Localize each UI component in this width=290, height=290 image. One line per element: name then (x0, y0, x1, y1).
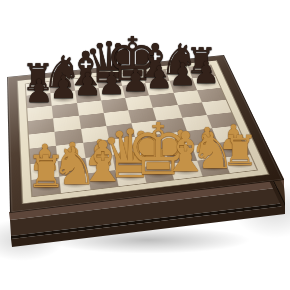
piece-dark-pawn-h7[interactable]: ♟ (193, 58, 220, 88)
piece-light-rook-h1[interactable]: ♜ (221, 129, 258, 171)
chess-set-photo: ♜♞♝♛♚♝♞♜♟♟♟♟♟♟♟♟♟♟♟♟♟♟♟♟♜♞♝♛♚♝♞♜ (0, 0, 290, 290)
